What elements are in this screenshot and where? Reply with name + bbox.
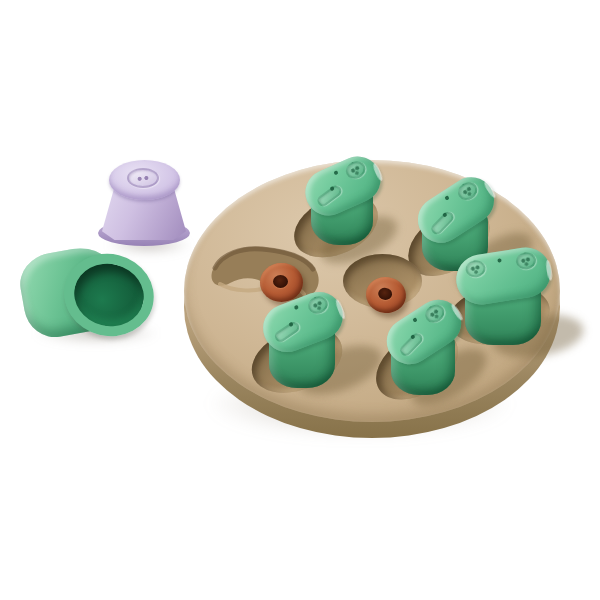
dog-face-emboss-icon [454,178,480,203]
loose-purple-cup[interactable] [96,158,192,252]
dog-face-emboss-icon [305,293,330,316]
treat-hole [377,287,393,301]
product-photo-scene [0,0,600,600]
purple-cup-top-face [109,160,180,200]
treat-hole [273,275,288,288]
bear-face-emboss-icon [514,251,536,271]
dog-face-emboss-icon [421,301,447,326]
fish-emboss-icon [273,320,302,344]
vent-hole [497,258,502,263]
cover-cup-southeast[interactable] [384,309,464,395]
dog-face-emboss-icon [343,158,368,182]
cover-cup-east[interactable] [456,251,551,345]
vent-hole [333,170,338,175]
vent-hole [294,305,299,310]
cover-cup-southwest[interactable] [262,298,344,388]
vent-hole [444,195,450,201]
specular-highlight [483,180,498,199]
cover-cup-north[interactable] [304,163,382,245]
treat-ring-crescent-slot[interactable] [260,263,303,302]
dog-face-emboss-icon [465,259,487,279]
dog-face-emboss-icon [127,168,159,188]
vent-hole [412,317,418,323]
